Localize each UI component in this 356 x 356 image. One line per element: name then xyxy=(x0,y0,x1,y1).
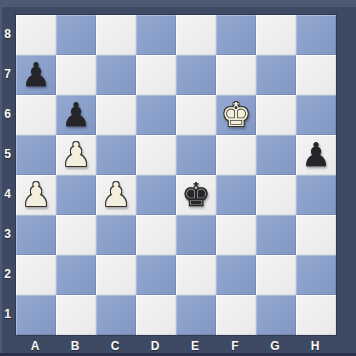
square-c4[interactable]: ♟ xyxy=(96,175,136,215)
square-c3[interactable] xyxy=(96,215,136,255)
square-d5[interactable] xyxy=(136,135,176,175)
rank-label-4: 4 xyxy=(0,174,15,214)
square-g6[interactable] xyxy=(256,95,296,135)
square-d4[interactable] xyxy=(136,175,176,215)
square-a5[interactable] xyxy=(16,135,56,175)
square-e5[interactable] xyxy=(176,135,216,175)
white-king: ♚ xyxy=(221,95,251,135)
square-g8[interactable] xyxy=(256,15,296,55)
square-e2[interactable] xyxy=(176,255,216,295)
square-e7[interactable] xyxy=(176,55,216,95)
black-pawn: ♟ xyxy=(61,95,91,135)
square-a2[interactable] xyxy=(16,255,56,295)
square-e6[interactable] xyxy=(176,95,216,135)
square-f1[interactable] xyxy=(216,295,256,335)
rank-label-7: 7 xyxy=(0,54,15,94)
square-a6[interactable] xyxy=(16,95,56,135)
black-king: ♚ xyxy=(181,175,211,215)
file-label-c: C xyxy=(95,337,135,355)
square-c8[interactable] xyxy=(96,15,136,55)
file-label-b: B xyxy=(55,337,95,355)
square-h7[interactable] xyxy=(296,55,336,95)
square-c6[interactable] xyxy=(96,95,136,135)
square-g1[interactable] xyxy=(256,295,296,335)
file-label-a: A xyxy=(15,337,55,355)
square-g5[interactable] xyxy=(256,135,296,175)
square-g3[interactable] xyxy=(256,215,296,255)
square-d3[interactable] xyxy=(136,215,176,255)
square-f6[interactable]: ♚ xyxy=(216,95,256,135)
rank-label-1: 1 xyxy=(0,294,15,334)
square-g4[interactable] xyxy=(256,175,296,215)
square-d6[interactable] xyxy=(136,95,176,135)
square-h3[interactable] xyxy=(296,215,336,255)
square-c1[interactable] xyxy=(96,295,136,335)
file-label-f: F xyxy=(215,337,255,355)
square-h4[interactable] xyxy=(296,175,336,215)
square-g2[interactable] xyxy=(256,255,296,295)
file-label-h: H xyxy=(295,337,335,355)
square-c5[interactable] xyxy=(96,135,136,175)
square-h2[interactable] xyxy=(296,255,336,295)
square-f5[interactable] xyxy=(216,135,256,175)
file-label-d: D xyxy=(135,337,175,355)
square-b5[interactable]: ♟ xyxy=(56,135,96,175)
square-c2[interactable] xyxy=(96,255,136,295)
file-label-e: E xyxy=(175,337,215,355)
rank-label-8: 8 xyxy=(0,14,15,54)
square-b2[interactable] xyxy=(56,255,96,295)
board: ♟♟♚♟♟♟♟♚ xyxy=(15,14,337,336)
square-e1[interactable] xyxy=(176,295,216,335)
square-b4[interactable] xyxy=(56,175,96,215)
square-e8[interactable] xyxy=(176,15,216,55)
square-g7[interactable] xyxy=(256,55,296,95)
square-a3[interactable] xyxy=(16,215,56,255)
square-f8[interactable] xyxy=(216,15,256,55)
square-a8[interactable] xyxy=(16,15,56,55)
white-pawn: ♟ xyxy=(61,135,91,175)
square-b3[interactable] xyxy=(56,215,96,255)
square-h5[interactable]: ♟ xyxy=(296,135,336,175)
square-f4[interactable] xyxy=(216,175,256,215)
square-b7[interactable] xyxy=(56,55,96,95)
square-e4[interactable]: ♚ xyxy=(176,175,216,215)
file-label-g: G xyxy=(255,337,295,355)
square-h8[interactable] xyxy=(296,15,336,55)
square-a1[interactable] xyxy=(16,295,56,335)
square-h1[interactable] xyxy=(296,295,336,335)
square-d1[interactable] xyxy=(136,295,176,335)
black-pawn: ♟ xyxy=(301,135,331,175)
square-c7[interactable] xyxy=(96,55,136,95)
rank-label-5: 5 xyxy=(0,134,15,174)
white-pawn: ♟ xyxy=(21,175,51,215)
square-b1[interactable] xyxy=(56,295,96,335)
frame-top-highlight xyxy=(0,0,356,7)
square-b8[interactable] xyxy=(56,15,96,55)
square-d2[interactable] xyxy=(136,255,176,295)
square-h6[interactable] xyxy=(296,95,336,135)
square-d8[interactable] xyxy=(136,15,176,55)
chess-diagram: ♟♟♚♟♟♟♟♚ 87654321 ABCDEFGH xyxy=(0,0,356,356)
square-f3[interactable] xyxy=(216,215,256,255)
square-f2[interactable] xyxy=(216,255,256,295)
square-a4[interactable]: ♟ xyxy=(16,175,56,215)
square-f7[interactable] xyxy=(216,55,256,95)
rank-label-3: 3 xyxy=(0,214,15,254)
square-b6[interactable]: ♟ xyxy=(56,95,96,135)
square-a7[interactable]: ♟ xyxy=(16,55,56,95)
rank-label-6: 6 xyxy=(0,94,15,134)
rank-label-2: 2 xyxy=(0,254,15,294)
black-pawn: ♟ xyxy=(21,55,51,95)
square-e3[interactable] xyxy=(176,215,216,255)
white-pawn: ♟ xyxy=(101,175,131,215)
square-d7[interactable] xyxy=(136,55,176,95)
